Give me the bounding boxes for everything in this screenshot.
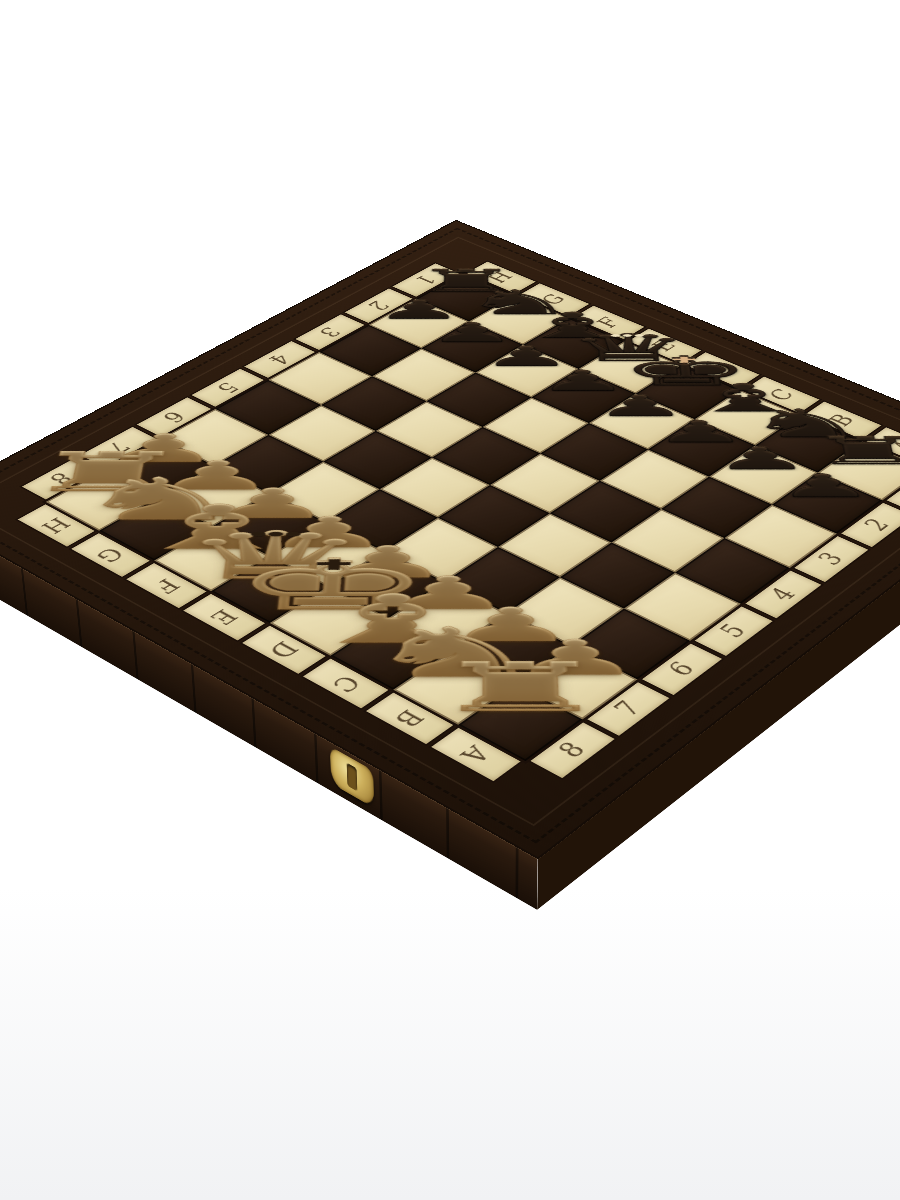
chess-board: HGFEDCBA 12345678 HGFEDCBA 12345678 ♜♞♝♛…	[0, 221, 900, 857]
file-label: F	[126, 563, 206, 608]
product-photo: HGFEDCBA 12345678 HGFEDCBA 12345678 ♜♞♝♛…	[0, 0, 900, 1200]
file-label: B	[366, 693, 453, 745]
rank-label: 3	[794, 536, 868, 582]
rank-label: 8	[22, 457, 100, 499]
brass-clasp	[330, 746, 374, 808]
